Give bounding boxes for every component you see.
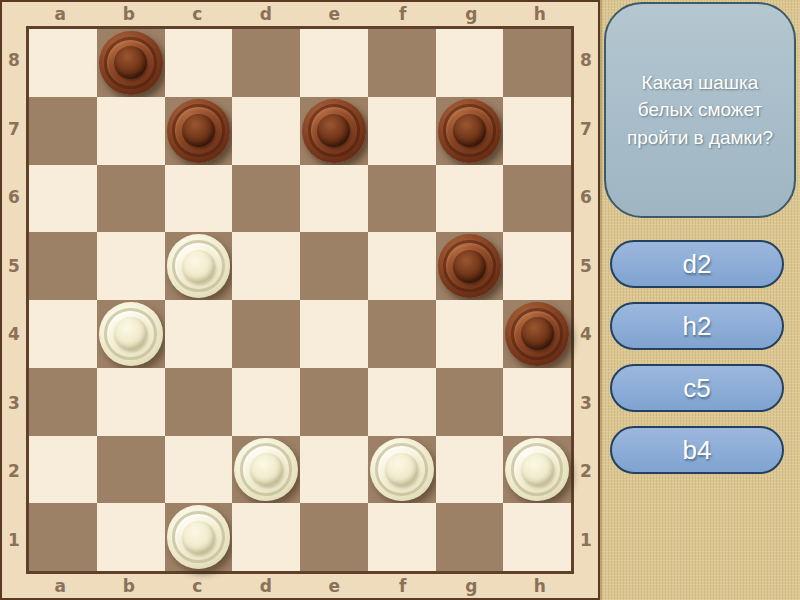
answer-button-h2[interactable]: h2	[610, 302, 784, 350]
square-g3	[436, 368, 504, 436]
square-g8	[436, 29, 504, 97]
square-a4	[29, 300, 97, 368]
black-man-c7	[167, 99, 231, 163]
square-c1	[165, 503, 233, 571]
square-h3	[503, 368, 571, 436]
rank-label-6: 6	[574, 163, 598, 232]
square-e1	[300, 503, 368, 571]
question-box: Какая шашка белых сможет пройти в дамки?	[604, 2, 796, 218]
square-f4	[368, 300, 436, 368]
rank-labels-left: 87654321	[2, 26, 26, 574]
file-labels-bottom: abcdefgh	[26, 574, 574, 598]
answer-button-d2[interactable]: d2	[610, 240, 784, 288]
file-label-a: a	[26, 574, 95, 598]
answer-list: d2 h2 c5 b4	[610, 240, 784, 474]
square-c5	[165, 232, 233, 300]
answer-button-c5[interactable]: c5	[610, 364, 784, 412]
square-c4	[165, 300, 233, 368]
square-e4	[300, 300, 368, 368]
rank-labels-right: 87654321	[574, 26, 598, 574]
black-man-h4	[505, 302, 569, 366]
question-text: Какая шашка белых сможет пройти в дамки?	[622, 69, 778, 152]
black-man-e7	[302, 99, 366, 163]
square-c2	[165, 436, 233, 504]
white-man-d2	[234, 438, 298, 502]
square-a6	[29, 165, 97, 233]
white-man-b4	[99, 302, 163, 366]
square-b7	[97, 97, 165, 165]
square-b2	[97, 436, 165, 504]
square-e5	[300, 232, 368, 300]
rank-label-2: 2	[2, 437, 26, 506]
file-label-e: e	[300, 2, 369, 26]
square-b4	[97, 300, 165, 368]
rank-label-5: 5	[2, 232, 26, 301]
square-b6	[97, 165, 165, 233]
square-a7	[29, 97, 97, 165]
file-label-h: h	[506, 574, 575, 598]
square-f6	[368, 165, 436, 233]
file-label-a: a	[26, 2, 95, 26]
square-e3	[300, 368, 368, 436]
file-label-c: c	[163, 2, 232, 26]
square-b8	[97, 29, 165, 97]
square-g1	[436, 503, 504, 571]
square-h7	[503, 97, 571, 165]
square-f2	[368, 436, 436, 504]
square-d5	[232, 232, 300, 300]
white-man-h2	[505, 438, 569, 502]
file-label-c: c	[163, 574, 232, 598]
file-label-g: g	[437, 574, 506, 598]
rank-label-5: 5	[574, 232, 598, 301]
square-g5	[436, 232, 504, 300]
file-label-e: e	[300, 574, 369, 598]
white-man-c1	[167, 505, 231, 569]
square-d6	[232, 165, 300, 233]
file-label-d: d	[232, 2, 301, 26]
square-f7	[368, 97, 436, 165]
file-label-h: h	[506, 2, 575, 26]
square-e2	[300, 436, 368, 504]
rank-label-4: 4	[2, 300, 26, 369]
answer-button-b4[interactable]: b4	[610, 426, 784, 474]
square-h4	[503, 300, 571, 368]
square-f1	[368, 503, 436, 571]
rank-label-3: 3	[574, 369, 598, 438]
rank-label-6: 6	[2, 163, 26, 232]
square-c8	[165, 29, 233, 97]
square-h1	[503, 503, 571, 571]
rank-label-3: 3	[2, 369, 26, 438]
square-e8	[300, 29, 368, 97]
square-d7	[232, 97, 300, 165]
square-h2	[503, 436, 571, 504]
square-c3	[165, 368, 233, 436]
white-man-f2	[370, 438, 434, 502]
square-g7	[436, 97, 504, 165]
file-label-b: b	[95, 2, 164, 26]
square-a3	[29, 368, 97, 436]
rank-label-7: 7	[2, 95, 26, 164]
square-d3	[232, 368, 300, 436]
square-f8	[368, 29, 436, 97]
rank-label-8: 8	[2, 26, 26, 95]
square-h5	[503, 232, 571, 300]
square-f3	[368, 368, 436, 436]
black-man-g5	[438, 234, 502, 298]
rank-label-2: 2	[574, 437, 598, 506]
square-g6	[436, 165, 504, 233]
quiz-panel: Какая шашка белых сможет пройти в дамки?…	[600, 0, 800, 600]
square-g4	[436, 300, 504, 368]
black-man-g7	[438, 99, 502, 163]
rank-label-1: 1	[2, 506, 26, 575]
board-grid	[26, 26, 574, 574]
file-labels-top: abcdefgh	[26, 2, 574, 26]
rank-label-7: 7	[574, 95, 598, 164]
file-label-b: b	[95, 574, 164, 598]
square-a8	[29, 29, 97, 97]
rank-label-1: 1	[574, 506, 598, 575]
square-d8	[232, 29, 300, 97]
file-label-d: d	[232, 574, 301, 598]
square-b3	[97, 368, 165, 436]
square-c6	[165, 165, 233, 233]
square-d1	[232, 503, 300, 571]
square-b1	[97, 503, 165, 571]
square-d2	[232, 436, 300, 504]
checkers-quiz-app: abcdefgh abcdefgh 87654321 87654321 Кака…	[0, 0, 800, 600]
square-h8	[503, 29, 571, 97]
square-a5	[29, 232, 97, 300]
file-label-g: g	[437, 2, 506, 26]
square-a1	[29, 503, 97, 571]
rank-label-4: 4	[574, 300, 598, 369]
square-c7	[165, 97, 233, 165]
square-g2	[436, 436, 504, 504]
black-man-b8	[99, 31, 163, 95]
square-b5	[97, 232, 165, 300]
file-label-f: f	[369, 574, 438, 598]
square-f5	[368, 232, 436, 300]
square-e6	[300, 165, 368, 233]
square-a2	[29, 436, 97, 504]
square-d4	[232, 300, 300, 368]
file-label-f: f	[369, 2, 438, 26]
rank-label-8: 8	[574, 26, 598, 95]
checkers-board: abcdefgh abcdefgh 87654321 87654321	[0, 0, 600, 600]
white-man-c5	[167, 234, 231, 298]
square-h6	[503, 165, 571, 233]
square-e7	[300, 97, 368, 165]
